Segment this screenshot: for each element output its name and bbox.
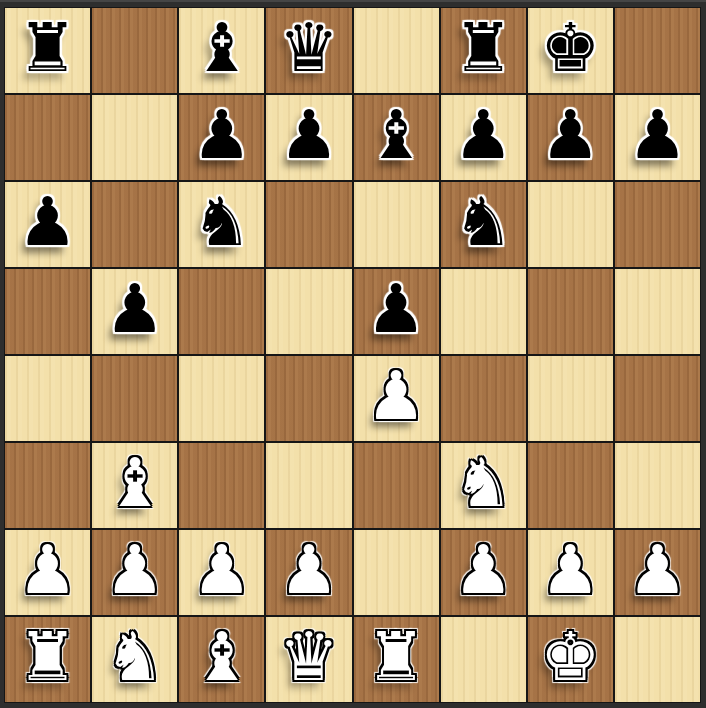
square-h2[interactable]: ♟ xyxy=(615,530,700,615)
square-d2[interactable]: ♟ xyxy=(266,530,351,615)
square-c1[interactable]: ♝ xyxy=(179,617,264,702)
square-a8[interactable]: ♜ xyxy=(5,8,90,93)
board-frame: ♜♝♛♜♚♟♟♝♟♟♟♟♞♞♟♟♟♝♞♟♟♟♟♟♟♟♜♞♝♛♜♚ xyxy=(0,0,706,708)
square-g4[interactable] xyxy=(528,356,613,441)
white-bishop[interactable]: ♝ xyxy=(192,624,252,691)
square-g3[interactable] xyxy=(528,443,613,528)
square-b4[interactable] xyxy=(92,356,177,441)
white-knight[interactable]: ♞ xyxy=(453,450,513,517)
black-pawn[interactable]: ♟ xyxy=(453,102,513,169)
square-a1[interactable]: ♜ xyxy=(5,617,90,702)
square-e3[interactable] xyxy=(354,443,439,528)
white-pawn[interactable]: ♟ xyxy=(279,537,339,604)
square-a3[interactable] xyxy=(5,443,90,528)
white-rook[interactable]: ♜ xyxy=(366,624,426,691)
square-a5[interactable] xyxy=(5,269,90,354)
square-h3[interactable] xyxy=(615,443,700,528)
square-f4[interactable] xyxy=(441,356,526,441)
square-h5[interactable] xyxy=(615,269,700,354)
square-h1[interactable] xyxy=(615,617,700,702)
square-b5[interactable]: ♟ xyxy=(92,269,177,354)
square-e1[interactable]: ♜ xyxy=(354,617,439,702)
square-h4[interactable] xyxy=(615,356,700,441)
black-king[interactable]: ♚ xyxy=(540,15,600,82)
square-d4[interactable] xyxy=(266,356,351,441)
square-d5[interactable] xyxy=(266,269,351,354)
square-c2[interactable]: ♟ xyxy=(179,530,264,615)
square-d7[interactable]: ♟ xyxy=(266,95,351,180)
square-g7[interactable]: ♟ xyxy=(528,95,613,180)
square-f7[interactable]: ♟ xyxy=(441,95,526,180)
black-bishop[interactable]: ♝ xyxy=(192,15,252,82)
white-pawn[interactable]: ♟ xyxy=(540,537,600,604)
black-bishop[interactable]: ♝ xyxy=(366,102,426,169)
square-b2[interactable]: ♟ xyxy=(92,530,177,615)
white-pawn[interactable]: ♟ xyxy=(192,537,252,604)
square-e8[interactable] xyxy=(354,8,439,93)
white-knight[interactable]: ♞ xyxy=(105,624,165,691)
square-h8[interactable] xyxy=(615,8,700,93)
black-pawn[interactable]: ♟ xyxy=(105,276,165,343)
white-pawn[interactable]: ♟ xyxy=(453,537,513,604)
white-pawn[interactable]: ♟ xyxy=(105,537,165,604)
white-king[interactable]: ♚ xyxy=(540,624,600,691)
white-pawn[interactable]: ♟ xyxy=(627,537,687,604)
square-g6[interactable] xyxy=(528,182,613,267)
square-f1[interactable] xyxy=(441,617,526,702)
square-c3[interactable] xyxy=(179,443,264,528)
square-b7[interactable] xyxy=(92,95,177,180)
black-knight[interactable]: ♞ xyxy=(192,189,252,256)
square-f2[interactable]: ♟ xyxy=(441,530,526,615)
square-c4[interactable] xyxy=(179,356,264,441)
square-c7[interactable]: ♟ xyxy=(179,95,264,180)
square-f3[interactable]: ♞ xyxy=(441,443,526,528)
square-e6[interactable] xyxy=(354,182,439,267)
square-e5[interactable]: ♟ xyxy=(354,269,439,354)
black-pawn[interactable]: ♟ xyxy=(366,276,426,343)
square-g1[interactable]: ♚ xyxy=(528,617,613,702)
square-b6[interactable] xyxy=(92,182,177,267)
chess-board: ♜♝♛♜♚♟♟♝♟♟♟♟♞♞♟♟♟♝♞♟♟♟♟♟♟♟♜♞♝♛♜♚ xyxy=(4,7,701,703)
square-d8[interactable]: ♛ xyxy=(266,8,351,93)
black-knight[interactable]: ♞ xyxy=(453,189,513,256)
white-pawn[interactable]: ♟ xyxy=(366,363,426,430)
square-h6[interactable] xyxy=(615,182,700,267)
square-a7[interactable] xyxy=(5,95,90,180)
white-rook[interactable]: ♜ xyxy=(18,624,78,691)
black-pawn[interactable]: ♟ xyxy=(192,102,252,169)
white-bishop[interactable]: ♝ xyxy=(105,450,165,517)
black-rook[interactable]: ♜ xyxy=(453,15,513,82)
square-f6[interactable]: ♞ xyxy=(441,182,526,267)
square-d6[interactable] xyxy=(266,182,351,267)
black-queen[interactable]: ♛ xyxy=(279,15,339,82)
square-c5[interactable] xyxy=(179,269,264,354)
square-g2[interactable]: ♟ xyxy=(528,530,613,615)
square-b3[interactable]: ♝ xyxy=(92,443,177,528)
black-pawn[interactable]: ♟ xyxy=(627,102,687,169)
black-pawn[interactable]: ♟ xyxy=(540,102,600,169)
square-a4[interactable] xyxy=(5,356,90,441)
square-d3[interactable] xyxy=(266,443,351,528)
square-f8[interactable]: ♜ xyxy=(441,8,526,93)
black-pawn[interactable]: ♟ xyxy=(279,102,339,169)
square-h7[interactable]: ♟ xyxy=(615,95,700,180)
square-e2[interactable] xyxy=(354,530,439,615)
square-d1[interactable]: ♛ xyxy=(266,617,351,702)
square-b1[interactable]: ♞ xyxy=(92,617,177,702)
square-a6[interactable]: ♟ xyxy=(5,182,90,267)
square-g5[interactable] xyxy=(528,269,613,354)
square-c6[interactable]: ♞ xyxy=(179,182,264,267)
black-pawn[interactable]: ♟ xyxy=(18,189,78,256)
square-c8[interactable]: ♝ xyxy=(179,8,264,93)
square-g8[interactable]: ♚ xyxy=(528,8,613,93)
square-b8[interactable] xyxy=(92,8,177,93)
square-a2[interactable]: ♟ xyxy=(5,530,90,615)
square-e4[interactable]: ♟ xyxy=(354,356,439,441)
white-queen[interactable]: ♛ xyxy=(279,624,339,691)
square-e7[interactable]: ♝ xyxy=(354,95,439,180)
white-pawn[interactable]: ♟ xyxy=(18,537,78,604)
square-f5[interactable] xyxy=(441,269,526,354)
black-rook[interactable]: ♜ xyxy=(18,15,78,82)
